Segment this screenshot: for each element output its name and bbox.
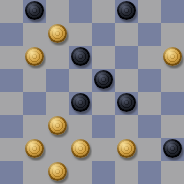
square-d4[interactable]	[69, 92, 92, 115]
square-c4[interactable]	[46, 92, 69, 115]
square-f8[interactable]	[115, 0, 138, 23]
square-b7[interactable]	[23, 23, 46, 46]
square-b5[interactable]	[23, 69, 46, 92]
white-gold-checker-c1[interactable]	[48, 162, 67, 181]
square-g5[interactable]	[138, 69, 161, 92]
square-d3[interactable]	[69, 115, 92, 138]
square-f5[interactable]	[115, 69, 138, 92]
square-f7[interactable]	[115, 23, 138, 46]
square-d7[interactable]	[69, 23, 92, 46]
checkers-board	[0, 0, 184, 184]
black-checker-f4[interactable]	[117, 93, 136, 112]
square-d5[interactable]	[69, 69, 92, 92]
square-c5[interactable]	[46, 69, 69, 92]
square-f2[interactable]	[115, 138, 138, 161]
square-a5[interactable]	[0, 69, 23, 92]
square-g8[interactable]	[138, 0, 161, 23]
square-h2[interactable]	[161, 138, 184, 161]
white-gold-checker-c3[interactable]	[48, 116, 67, 135]
square-b1[interactable]	[23, 161, 46, 184]
square-h7[interactable]	[161, 23, 184, 46]
square-a2[interactable]	[0, 138, 23, 161]
square-a7[interactable]	[0, 23, 23, 46]
square-c6[interactable]	[46, 46, 69, 69]
square-e6[interactable]	[92, 46, 115, 69]
square-d1[interactable]	[69, 161, 92, 184]
square-g4[interactable]	[138, 92, 161, 115]
square-e1[interactable]	[92, 161, 115, 184]
square-a3[interactable]	[0, 115, 23, 138]
white-gold-checker-f2[interactable]	[117, 139, 136, 158]
square-e3[interactable]	[92, 115, 115, 138]
white-gold-checker-b2[interactable]	[25, 139, 44, 158]
square-h8[interactable]	[161, 0, 184, 23]
square-g6[interactable]	[138, 46, 161, 69]
black-checker-h2[interactable]	[163, 139, 182, 158]
square-c1[interactable]	[46, 161, 69, 184]
square-c7[interactable]	[46, 23, 69, 46]
square-a6[interactable]	[0, 46, 23, 69]
white-gold-checker-c7[interactable]	[48, 24, 67, 43]
black-checker-b8[interactable]	[25, 1, 44, 20]
square-f6[interactable]	[115, 46, 138, 69]
square-h5[interactable]	[161, 69, 184, 92]
square-d2[interactable]	[69, 138, 92, 161]
square-e7[interactable]	[92, 23, 115, 46]
square-e8[interactable]	[92, 0, 115, 23]
square-e4[interactable]	[92, 92, 115, 115]
square-c8[interactable]	[46, 0, 69, 23]
square-e2[interactable]	[92, 138, 115, 161]
square-g3[interactable]	[138, 115, 161, 138]
square-h4[interactable]	[161, 92, 184, 115]
square-a1[interactable]	[0, 161, 23, 184]
square-h3[interactable]	[161, 115, 184, 138]
white-gold-checker-h6[interactable]	[163, 47, 182, 66]
black-checker-e5[interactable]	[94, 70, 113, 89]
white-gold-checker-d2[interactable]	[71, 139, 90, 158]
square-a4[interactable]	[0, 92, 23, 115]
black-checker-d4[interactable]	[71, 93, 90, 112]
square-g1[interactable]	[138, 161, 161, 184]
square-h6[interactable]	[161, 46, 184, 69]
square-d8[interactable]	[69, 0, 92, 23]
square-b3[interactable]	[23, 115, 46, 138]
square-h1[interactable]	[161, 161, 184, 184]
square-b2[interactable]	[23, 138, 46, 161]
white-gold-checker-b6[interactable]	[25, 47, 44, 66]
square-a8[interactable]	[0, 0, 23, 23]
square-c3[interactable]	[46, 115, 69, 138]
black-checker-d6[interactable]	[71, 47, 90, 66]
square-b8[interactable]	[23, 0, 46, 23]
square-f3[interactable]	[115, 115, 138, 138]
black-checker-f8[interactable]	[117, 1, 136, 20]
square-b4[interactable]	[23, 92, 46, 115]
square-f1[interactable]	[115, 161, 138, 184]
square-g2[interactable]	[138, 138, 161, 161]
square-b6[interactable]	[23, 46, 46, 69]
square-c2[interactable]	[46, 138, 69, 161]
square-e5[interactable]	[92, 69, 115, 92]
square-f4[interactable]	[115, 92, 138, 115]
square-g7[interactable]	[138, 23, 161, 46]
square-d6[interactable]	[69, 46, 92, 69]
